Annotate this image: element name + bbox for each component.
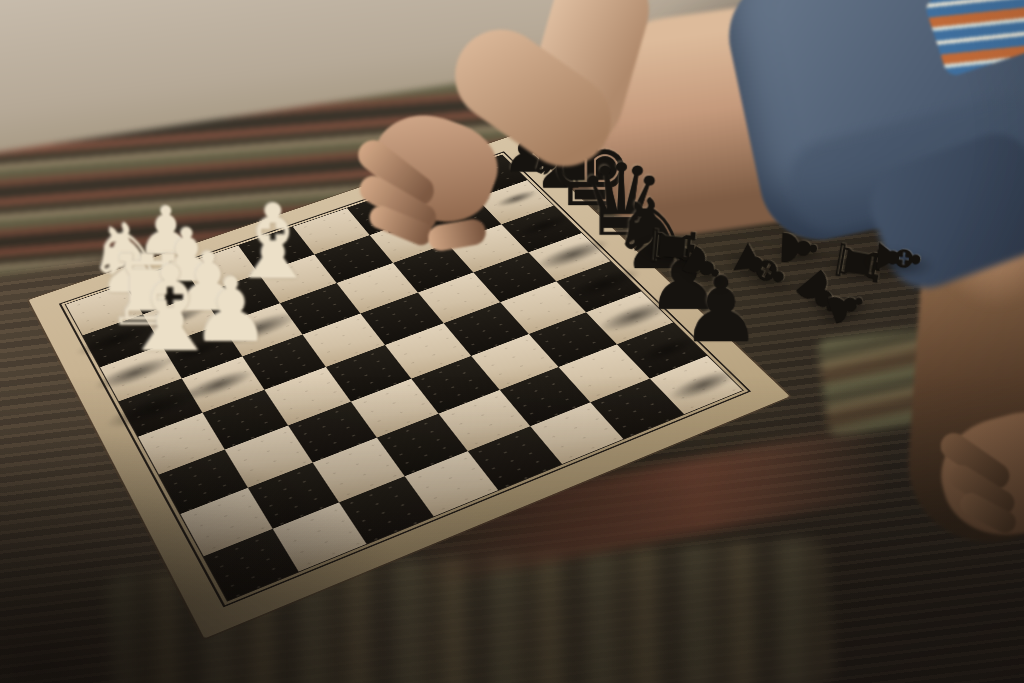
photo-scene: ♟♟♞♛♚♞♟♝♜♞♝♟♟♟♟ ♜♟♝♟♟♜♝♟ ♟ xyxy=(0,0,1024,683)
child-arm-group: ♟ xyxy=(0,0,1024,683)
